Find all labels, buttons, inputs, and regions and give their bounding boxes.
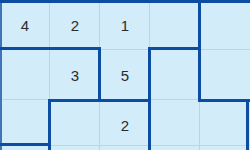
- cell-r1c3[interactable]: 1: [100, 0, 150, 50]
- cell-r1c4[interactable]: [150, 0, 200, 50]
- cell-r2c3[interactable]: 5: [100, 50, 150, 100]
- cell-r2c2[interactable]: 3: [50, 50, 100, 100]
- cell-r3c3[interactable]: 2: [100, 100, 150, 150]
- cell-r1c1[interactable]: 4: [0, 0, 50, 50]
- cell-r2c5[interactable]: [200, 50, 250, 100]
- cell-r2c1[interactable]: [0, 50, 50, 100]
- cell-r3c4[interactable]: [150, 100, 200, 150]
- cell-r3c5[interactable]: [200, 100, 250, 150]
- puzzle-board: 4 2 1 3 5 2: [0, 0, 250, 150]
- cell-r1c5[interactable]: [200, 0, 250, 50]
- cell-r3c1[interactable]: [0, 100, 50, 150]
- cell-r3c2[interactable]: [50, 100, 100, 150]
- cell-r2c4[interactable]: [150, 50, 200, 100]
- cell-r1c2[interactable]: 2: [50, 0, 100, 50]
- cell-grid: 4 2 1 3 5 2: [0, 0, 250, 150]
